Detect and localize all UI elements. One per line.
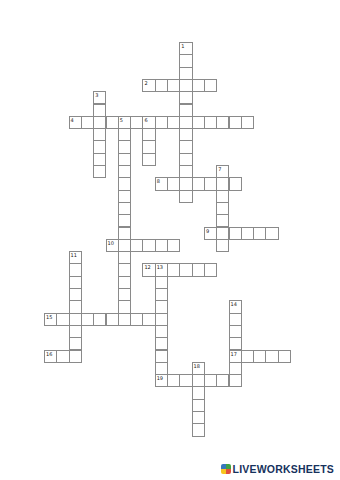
crossword-cell[interactable]: [69, 325, 82, 338]
crossword-cell[interactable]: [179, 128, 192, 141]
crossword-cell[interactable]: [93, 116, 106, 129]
crossword-cell[interactable]: [179, 91, 192, 104]
clue-number: 7: [218, 166, 221, 172]
crossword-cell[interactable]: [241, 350, 254, 363]
crossword-cell[interactable]: [155, 79, 168, 92]
crossword-cell[interactable]: [216, 116, 229, 129]
crossword-cell[interactable]: [118, 263, 131, 276]
crossword-cell[interactable]: 8: [155, 177, 168, 190]
crossword-cell[interactable]: 6: [142, 116, 155, 129]
crossword-cell[interactable]: [192, 116, 205, 129]
crossword-cell[interactable]: 4: [69, 116, 82, 129]
crossword-cell[interactable]: [142, 313, 155, 326]
crossword-cell[interactable]: 14: [229, 300, 242, 313]
crossword-cell[interactable]: [155, 300, 168, 313]
crossword-cell[interactable]: 12: [142, 263, 155, 276]
crossword-cell[interactable]: 18: [192, 362, 205, 375]
crossword-cell[interactable]: [118, 128, 131, 141]
crossword-cell[interactable]: [204, 79, 217, 92]
crossword-cell[interactable]: [216, 190, 229, 203]
crossword-cell[interactable]: [155, 276, 168, 289]
crossword-cell[interactable]: [179, 165, 192, 178]
clue-number: 11: [71, 252, 77, 258]
crossword-cell[interactable]: [93, 165, 106, 178]
crossword-cell[interactable]: [229, 325, 242, 338]
crossword-cell[interactable]: [155, 116, 168, 129]
crossword-cell[interactable]: [229, 374, 242, 387]
crossword-cell[interactable]: [155, 350, 168, 363]
crossword-cell[interactable]: [192, 263, 205, 276]
crossword-cell[interactable]: [179, 54, 192, 67]
crossword-cell[interactable]: [179, 116, 192, 129]
liveworksheets-icon: [221, 464, 231, 474]
crossword-cell[interactable]: [278, 350, 291, 363]
crossword-cell[interactable]: [253, 350, 266, 363]
crossword-cell[interactable]: [229, 362, 242, 375]
crossword-cell[interactable]: [118, 227, 131, 240]
crossword-board: 12345678910111213141516171819: [44, 42, 291, 437]
crossword-cell[interactable]: [69, 300, 82, 313]
crossword-cell[interactable]: 15: [44, 313, 57, 326]
crossword-cell[interactable]: [253, 227, 266, 240]
crossword-cell[interactable]: [192, 374, 205, 387]
crossword-cell[interactable]: [229, 313, 242, 326]
crossword-cell[interactable]: [229, 116, 242, 129]
crossword-cell[interactable]: [106, 313, 119, 326]
crossword-cell[interactable]: [69, 350, 82, 363]
crossword-cell[interactable]: [118, 239, 131, 252]
crossword-cell[interactable]: 19: [155, 374, 168, 387]
crossword-cell[interactable]: [204, 116, 217, 129]
crossword-cell[interactable]: [130, 239, 143, 252]
crossword-cell[interactable]: [265, 227, 278, 240]
crossword-cell[interactable]: [216, 374, 229, 387]
crossword-cell[interactable]: [118, 214, 131, 227]
crossword-cell[interactable]: [179, 190, 192, 203]
crossword-cell[interactable]: [204, 177, 217, 190]
crossword-cell[interactable]: [167, 177, 180, 190]
crossword-cell[interactable]: [204, 374, 217, 387]
crossword-cell[interactable]: [216, 239, 229, 252]
crossword-cell[interactable]: [179, 140, 192, 153]
clue-number: 2: [144, 80, 147, 86]
crossword-cell[interactable]: [155, 239, 168, 252]
crossword-cell[interactable]: [216, 202, 229, 215]
clue-number: 18: [194, 363, 200, 369]
crossword-cell[interactable]: [69, 337, 82, 350]
crossword-cell[interactable]: 5: [118, 116, 131, 129]
crossword-cell[interactable]: [118, 190, 131, 203]
crossword-cell[interactable]: [130, 313, 143, 326]
crossword-cell[interactable]: 1: [179, 42, 192, 55]
crossword-cell[interactable]: [118, 153, 131, 166]
crossword-cell[interactable]: 9: [204, 227, 217, 240]
crossword-cell[interactable]: 13: [155, 263, 168, 276]
clue-number: 6: [144, 117, 147, 123]
crossword-cell[interactable]: [69, 263, 82, 276]
crossword-cell[interactable]: 10: [106, 239, 119, 252]
crossword-cell[interactable]: [155, 362, 168, 375]
crossword-cell[interactable]: [167, 79, 180, 92]
clue-number: 16: [46, 351, 52, 357]
crossword-cell[interactable]: [192, 79, 205, 92]
crossword-cell[interactable]: 16: [44, 350, 57, 363]
crossword-cell[interactable]: [241, 227, 254, 240]
crossword-cell[interactable]: [179, 177, 192, 190]
crossword-cell[interactable]: [155, 337, 168, 350]
crossword-cell[interactable]: [204, 263, 217, 276]
crossword-cell[interactable]: [167, 374, 180, 387]
crossword-cell[interactable]: [192, 411, 205, 424]
crossword-cell[interactable]: 11: [69, 251, 82, 264]
crossword-cell[interactable]: [130, 116, 143, 129]
crossword-cell[interactable]: [179, 153, 192, 166]
crossword-cell[interactable]: [155, 313, 168, 326]
crossword-cell[interactable]: [167, 239, 180, 252]
liveworksheets-logo-text: LIVEWORKSHEETS: [233, 463, 334, 475]
crossword-cell[interactable]: [179, 263, 192, 276]
crossword-cell[interactable]: [93, 313, 106, 326]
clue-number: 8: [157, 178, 160, 184]
crossword-cell[interactable]: [229, 177, 242, 190]
clue-number: 4: [71, 117, 74, 123]
crossword-cell[interactable]: [216, 177, 229, 190]
crossword-cell[interactable]: [142, 128, 155, 141]
crossword-cell[interactable]: 2: [142, 79, 155, 92]
crossword-cell[interactable]: [179, 67, 192, 80]
crossword-cell[interactable]: 7: [216, 165, 229, 178]
crossword-cell[interactable]: [142, 239, 155, 252]
clue-number: 9: [206, 228, 209, 234]
crossword-cell[interactable]: [155, 325, 168, 338]
clue-number: 19: [157, 375, 163, 381]
crossword-cell[interactable]: [118, 202, 131, 215]
crossword-cell[interactable]: [167, 116, 180, 129]
clue-number: 12: [144, 264, 150, 270]
crossword-cell[interactable]: [118, 165, 131, 178]
crossword-cell[interactable]: [69, 276, 82, 289]
clue-number: 14: [231, 301, 237, 307]
crossword-cell[interactable]: [93, 128, 106, 141]
crossword-cell[interactable]: [265, 350, 278, 363]
clue-number: 1: [181, 43, 184, 49]
clue-number: 5: [120, 117, 123, 123]
liveworksheets-logo[interactable]: LIVEWORKSHEETS: [221, 463, 334, 475]
crossword-cell[interactable]: [118, 288, 131, 301]
crossword-cell[interactable]: [93, 140, 106, 153]
crossword-cell[interactable]: [118, 251, 131, 264]
crossword-cell[interactable]: [192, 386, 205, 399]
crossword-cell[interactable]: [142, 153, 155, 166]
crossword-cell[interactable]: [118, 140, 131, 153]
crossword-cell[interactable]: [118, 177, 131, 190]
crossword-cell[interactable]: [179, 104, 192, 117]
crossword-cell[interactable]: 17: [229, 350, 242, 363]
crossword-cell[interactable]: [142, 140, 155, 153]
crossword-cell[interactable]: [229, 337, 242, 350]
crossword-cell[interactable]: [69, 288, 82, 301]
crossword-cell[interactable]: 3: [93, 91, 106, 104]
crossword-cell[interactable]: [167, 263, 180, 276]
crossword-cell[interactable]: [216, 214, 229, 227]
crossword-cell[interactable]: [118, 313, 131, 326]
crossword-cell[interactable]: [118, 300, 131, 313]
crossword-cell[interactable]: [56, 313, 69, 326]
clue-number: 3: [95, 92, 98, 98]
crossword-cell[interactable]: [192, 423, 205, 436]
crossword-cell[interactable]: [192, 177, 205, 190]
crossword-cell[interactable]: [106, 116, 119, 129]
crossword-cell[interactable]: [192, 399, 205, 412]
crossword-cell[interactable]: [118, 276, 131, 289]
clue-number: 15: [46, 314, 52, 320]
crossword-cell[interactable]: [81, 116, 94, 129]
crossword-cell[interactable]: [229, 227, 242, 240]
clue-number: 10: [108, 240, 114, 246]
crossword-cell[interactable]: [81, 313, 94, 326]
clue-number: 13: [157, 264, 163, 270]
crossword-cell[interactable]: [93, 104, 106, 117]
crossword-cell[interactable]: [241, 116, 254, 129]
crossword-cell[interactable]: [155, 288, 168, 301]
crossword-cell[interactable]: [69, 313, 82, 326]
clue-number: 17: [231, 351, 237, 357]
crossword-cell[interactable]: [216, 227, 229, 240]
crossword-cell[interactable]: [56, 350, 69, 363]
crossword-cell[interactable]: [93, 153, 106, 166]
crossword-cell[interactable]: [179, 374, 192, 387]
crossword-cell[interactable]: [179, 79, 192, 92]
